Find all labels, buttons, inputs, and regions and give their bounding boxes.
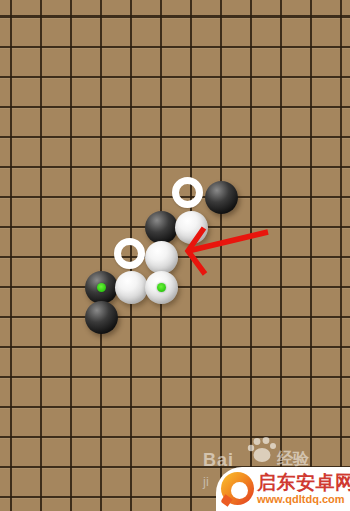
white-ring-marker [114, 238, 145, 269]
black-stone [205, 181, 238, 214]
baidu-jingyan-watermark: Bai 经验 [201, 437, 319, 471]
site-watermark-badge: 启东安卓网 www.qdltdq.com [216, 467, 350, 511]
site-url: www.qdltdq.com [257, 493, 350, 505]
board-intersections[interactable] [0, 2, 350, 511]
site-name: 启东安卓网 [257, 472, 350, 493]
logo-hole [231, 482, 248, 499]
black-stone [85, 271, 118, 304]
baidu-paw-icon [245, 437, 278, 464]
white-stone [145, 271, 178, 304]
logo-tail [220, 494, 233, 507]
last-move-dot [157, 283, 166, 292]
baidu-watermark-text: Bai [203, 450, 234, 471]
white-stone [115, 271, 148, 304]
white-stone [175, 211, 208, 244]
go-board: Bai 经验 ji 启东安卓网 www.qdltdq.com [0, 0, 350, 511]
black-stone [85, 301, 118, 334]
white-ring-marker [172, 177, 203, 208]
watermark-url-fragment: ji [203, 474, 209, 489]
site-logo-icon [221, 472, 254, 505]
white-stone [145, 241, 178, 274]
last-move-dot [97, 283, 106, 292]
black-stone [145, 211, 178, 244]
